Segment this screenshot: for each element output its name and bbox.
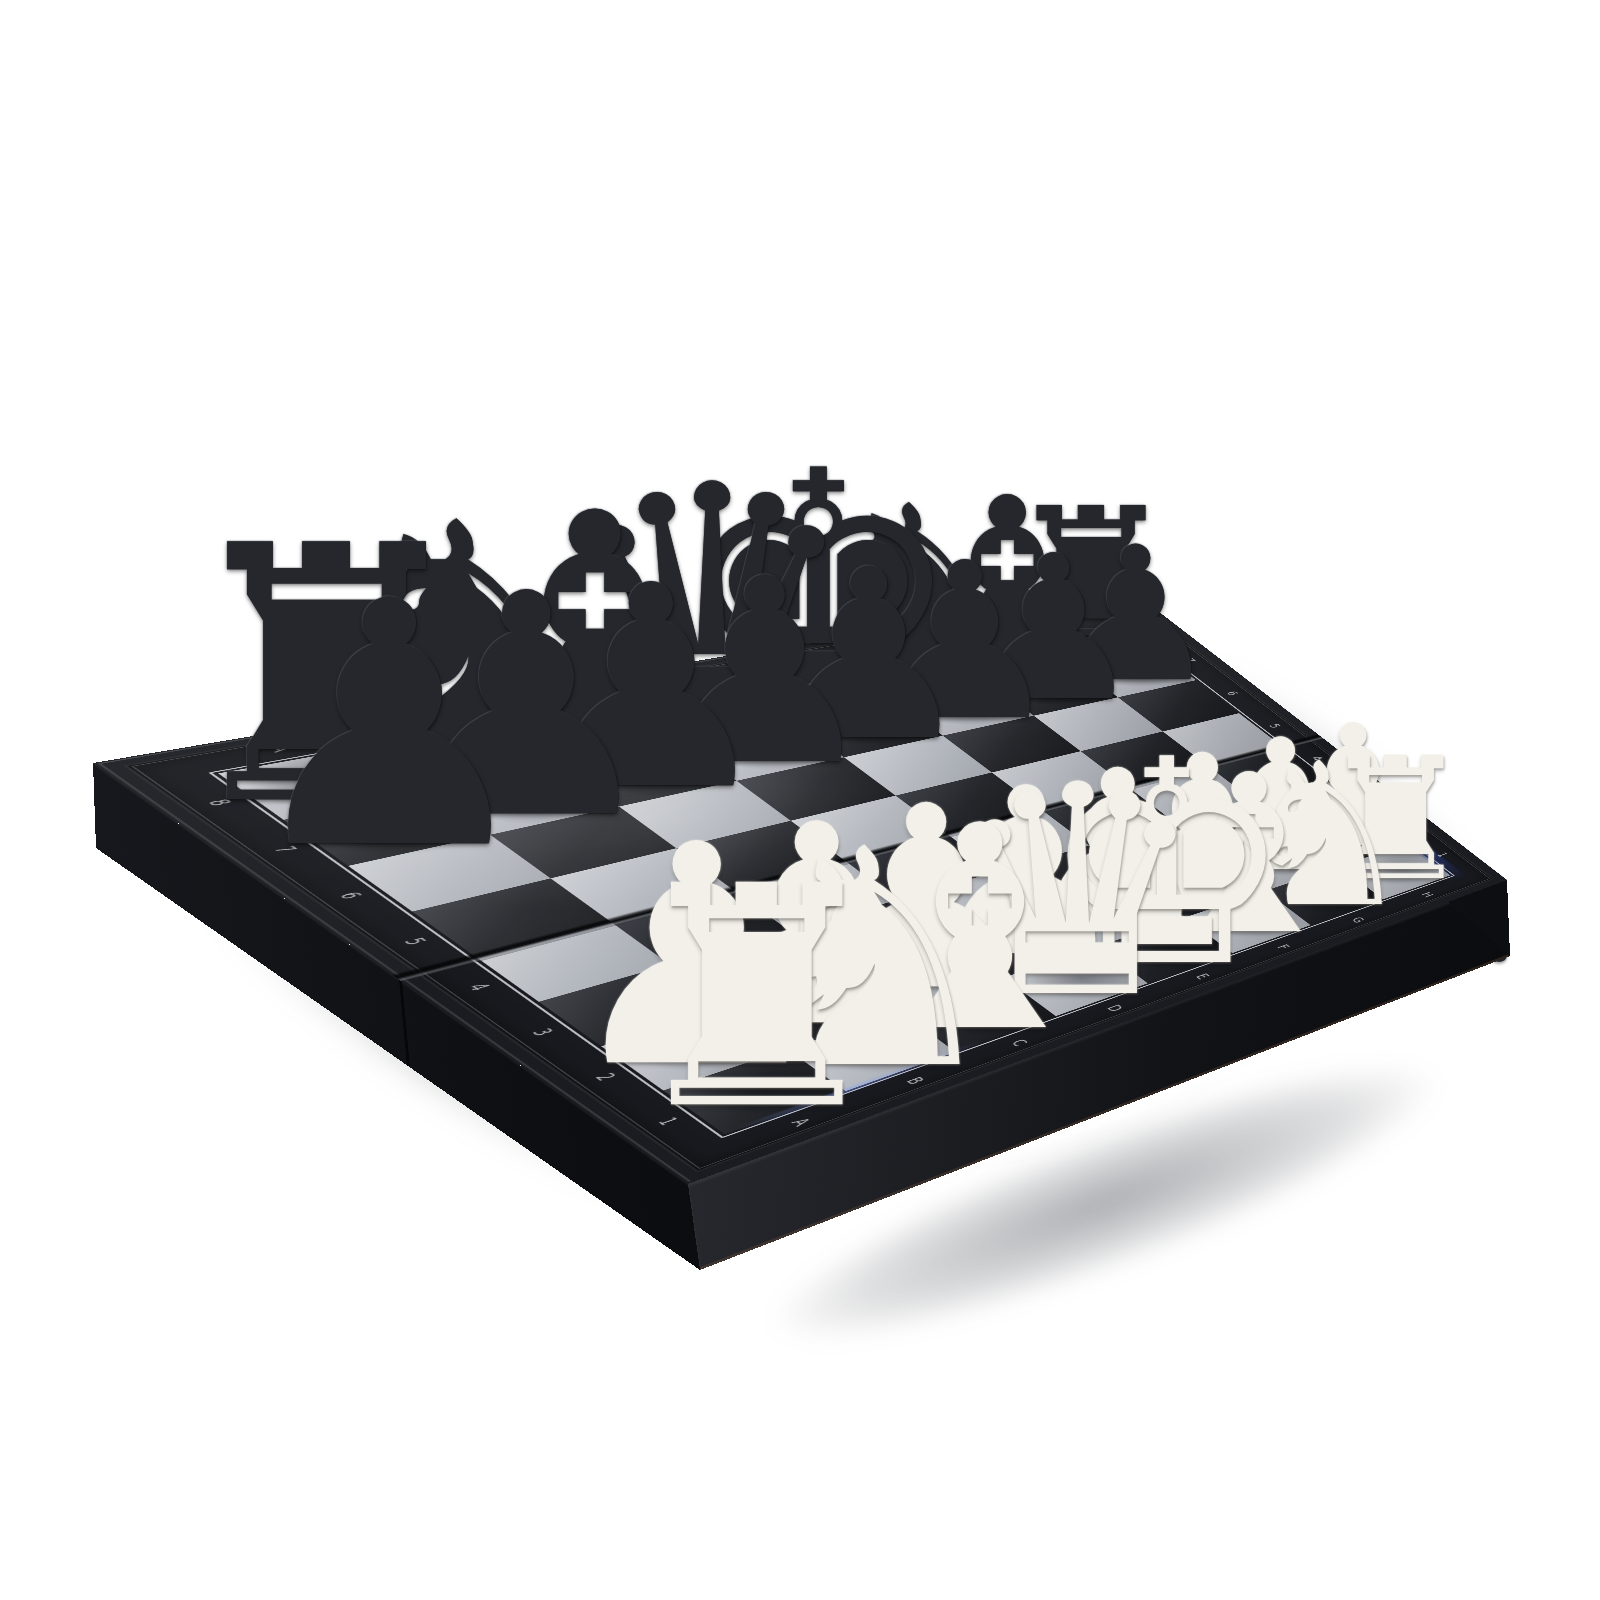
frame-foot xyxy=(1491,950,1507,962)
photo-stage: 8877665544332211AABBCCDDEEFFGGHH ♜♞♝♛♚♞♝… xyxy=(0,0,1600,1600)
frame-side-fold-seam xyxy=(399,980,410,1068)
board-top: 8877665544332211AABBCCDDEEFFGGHH xyxy=(93,588,1507,1184)
printed-inner-line xyxy=(208,611,1455,1138)
